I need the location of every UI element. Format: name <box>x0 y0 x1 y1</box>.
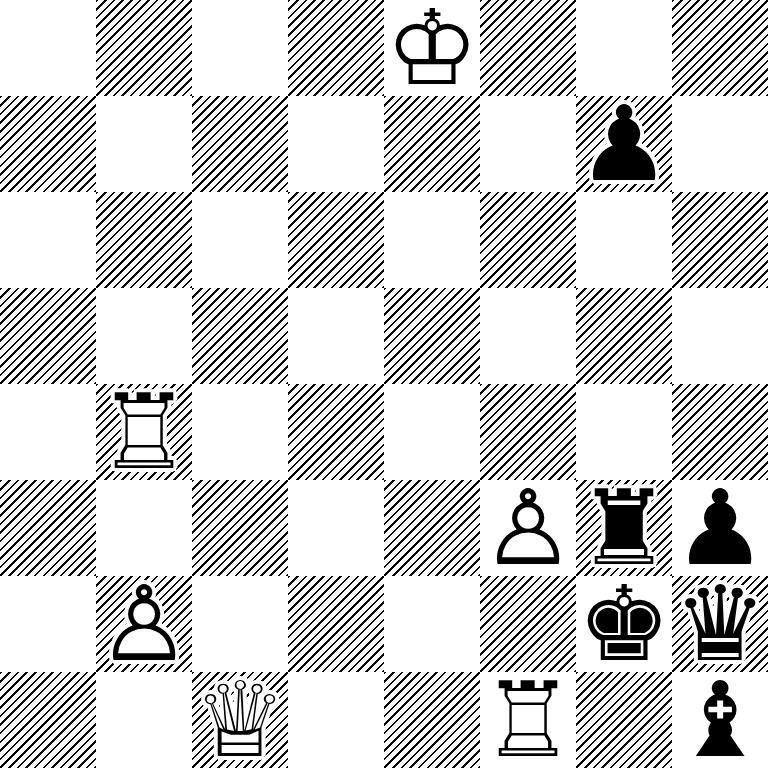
square-h4[interactable] <box>672 384 768 480</box>
piece-outline-layer: ♙ <box>96 576 192 672</box>
piece-glyph: ♛ <box>672 576 768 672</box>
square-b3[interactable] <box>96 480 192 576</box>
piece-fill-layer: ♟ <box>96 576 192 672</box>
square-c3[interactable] <box>192 480 288 576</box>
white-pawn-icon: ♟♙ <box>96 576 192 672</box>
square-c5[interactable] <box>192 288 288 384</box>
square-b8[interactable] <box>96 0 192 96</box>
square-e2[interactable] <box>384 576 480 672</box>
square-c6[interactable] <box>192 192 288 288</box>
piece-outline-layer: ♖ <box>96 384 192 480</box>
square-c1[interactable]: ♛♕ <box>192 672 288 768</box>
square-g5[interactable] <box>576 288 672 384</box>
square-g1[interactable] <box>576 672 672 768</box>
piece-fill-layer: ♟ <box>480 480 576 576</box>
square-a7[interactable] <box>0 96 96 192</box>
square-c4[interactable] <box>192 384 288 480</box>
square-e8[interactable]: ♚♔ <box>384 0 480 96</box>
white-rook-icon: ♜♖ <box>480 672 576 768</box>
white-queen-icon: ♛♕ <box>192 672 288 768</box>
square-a3[interactable] <box>0 480 96 576</box>
square-b7[interactable] <box>96 96 192 192</box>
square-a4[interactable] <box>0 384 96 480</box>
square-c8[interactable] <box>192 0 288 96</box>
square-h3[interactable]: ♟ <box>672 480 768 576</box>
black-pawn-icon: ♟ <box>672 480 768 576</box>
square-g7[interactable]: ♟ <box>576 96 672 192</box>
piece-fill-layer: ♚ <box>384 0 480 96</box>
square-b4[interactable]: ♜♖ <box>96 384 192 480</box>
piece-glyph: ♜ <box>576 480 672 576</box>
square-d2[interactable] <box>288 576 384 672</box>
square-g4[interactable] <box>576 384 672 480</box>
piece-outline-layer: ♕ <box>192 672 288 768</box>
square-h7[interactable] <box>672 96 768 192</box>
white-king-icon: ♚♔ <box>384 0 480 96</box>
black-rook-icon: ♜ <box>576 480 672 576</box>
piece-fill-layer: ♛ <box>192 672 288 768</box>
piece-glyph: ♚ <box>576 576 672 672</box>
square-d1[interactable] <box>288 672 384 768</box>
square-d7[interactable] <box>288 96 384 192</box>
chess-board: ♚♔♟♜♖♟♙♜♟♟♙♚♛♛♕♜♖♝ <box>0 0 768 768</box>
square-e3[interactable] <box>384 480 480 576</box>
square-b6[interactable] <box>96 192 192 288</box>
square-e1[interactable] <box>384 672 480 768</box>
square-f4[interactable] <box>480 384 576 480</box>
square-e6[interactable] <box>384 192 480 288</box>
square-e7[interactable] <box>384 96 480 192</box>
square-a2[interactable] <box>0 576 96 672</box>
square-g3[interactable]: ♜ <box>576 480 672 576</box>
black-pawn-icon: ♟ <box>576 96 672 192</box>
piece-glyph: ♝ <box>672 672 768 768</box>
square-f2[interactable] <box>480 576 576 672</box>
square-g2[interactable]: ♚ <box>576 576 672 672</box>
square-a6[interactable] <box>0 192 96 288</box>
square-g6[interactable] <box>576 192 672 288</box>
square-e4[interactable] <box>384 384 480 480</box>
square-d3[interactable] <box>288 480 384 576</box>
square-a5[interactable] <box>0 288 96 384</box>
square-h8[interactable] <box>672 0 768 96</box>
piece-outline-layer: ♔ <box>384 0 480 96</box>
square-f5[interactable] <box>480 288 576 384</box>
square-b1[interactable] <box>96 672 192 768</box>
square-h2[interactable]: ♛ <box>672 576 768 672</box>
square-f7[interactable] <box>480 96 576 192</box>
black-queen-icon: ♛ <box>672 576 768 672</box>
square-c2[interactable] <box>192 576 288 672</box>
square-d4[interactable] <box>288 384 384 480</box>
square-c7[interactable] <box>192 96 288 192</box>
piece-glyph: ♟ <box>672 480 768 576</box>
square-a8[interactable] <box>0 0 96 96</box>
square-a1[interactable] <box>0 672 96 768</box>
square-f6[interactable] <box>480 192 576 288</box>
black-king-icon: ♚ <box>576 576 672 672</box>
square-f3[interactable]: ♟♙ <box>480 480 576 576</box>
square-f1[interactable]: ♜♖ <box>480 672 576 768</box>
black-bishop-icon: ♝ <box>672 672 768 768</box>
white-rook-icon: ♜♖ <box>96 384 192 480</box>
piece-fill-layer: ♜ <box>480 672 576 768</box>
white-pawn-icon: ♟♙ <box>480 480 576 576</box>
square-h1[interactable]: ♝ <box>672 672 768 768</box>
square-h6[interactable] <box>672 192 768 288</box>
square-b5[interactable] <box>96 288 192 384</box>
square-h5[interactable] <box>672 288 768 384</box>
square-d5[interactable] <box>288 288 384 384</box>
square-e5[interactable] <box>384 288 480 384</box>
square-b2[interactable]: ♟♙ <box>96 576 192 672</box>
square-d6[interactable] <box>288 192 384 288</box>
piece-outline-layer: ♙ <box>480 480 576 576</box>
piece-fill-layer: ♜ <box>96 384 192 480</box>
square-d8[interactable] <box>288 0 384 96</box>
piece-glyph: ♟ <box>576 96 672 192</box>
square-g8[interactable] <box>576 0 672 96</box>
piece-outline-layer: ♖ <box>480 672 576 768</box>
square-f8[interactable] <box>480 0 576 96</box>
